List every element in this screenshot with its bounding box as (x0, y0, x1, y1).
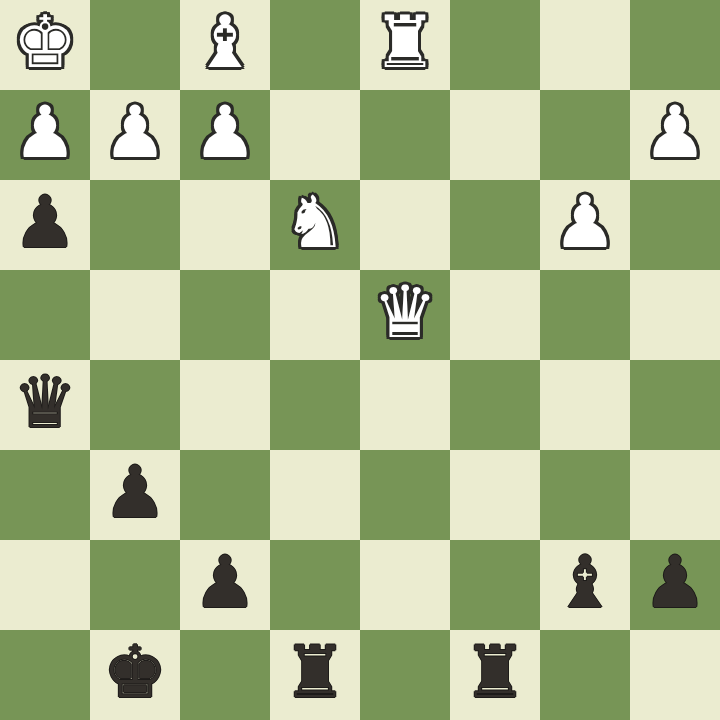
black-pawn[interactable]: ♟ (103, 447, 168, 537)
square-d5[interactable] (270, 270, 360, 360)
black-bishop[interactable]: ♝ (553, 537, 618, 627)
white-pawn[interactable]: ♟ (553, 177, 618, 267)
square-c8[interactable]: ♝ (180, 0, 270, 90)
square-a4[interactable]: ♛ (0, 360, 90, 450)
square-g6[interactable]: ♟ (540, 180, 630, 270)
square-g3[interactable] (540, 450, 630, 540)
square-d8[interactable] (270, 0, 360, 90)
square-e3[interactable] (360, 450, 450, 540)
square-e1[interactable] (360, 630, 450, 720)
square-d6[interactable]: ♞ (270, 180, 360, 270)
black-pawn[interactable]: ♟ (643, 537, 708, 627)
square-b1[interactable]: ♚ (90, 630, 180, 720)
square-f6[interactable] (450, 180, 540, 270)
square-a3[interactable] (0, 450, 90, 540)
square-g8[interactable] (540, 0, 630, 90)
black-queen[interactable]: ♛ (13, 357, 78, 447)
square-d3[interactable] (270, 450, 360, 540)
square-a2[interactable] (0, 540, 90, 630)
square-h7[interactable]: ♟ (630, 90, 720, 180)
square-f1[interactable]: ♜ (450, 630, 540, 720)
square-c7[interactable]: ♟ (180, 90, 270, 180)
black-pawn[interactable]: ♟ (13, 177, 78, 267)
square-e4[interactable] (360, 360, 450, 450)
white-rook[interactable]: ♜ (373, 0, 438, 87)
square-d1[interactable]: ♜ (270, 630, 360, 720)
square-d7[interactable] (270, 90, 360, 180)
square-d2[interactable] (270, 540, 360, 630)
chess-board: ♚♝♜♟♟♟♟♟♞♟♛♛♟♟♝♟♚♜♜ (0, 0, 720, 720)
white-bishop[interactable]: ♝ (193, 0, 258, 87)
square-d4[interactable] (270, 360, 360, 450)
black-pawn[interactable]: ♟ (193, 537, 258, 627)
square-c6[interactable] (180, 180, 270, 270)
square-a7[interactable]: ♟ (0, 90, 90, 180)
square-e8[interactable]: ♜ (360, 0, 450, 90)
square-f2[interactable] (450, 540, 540, 630)
black-rook[interactable]: ♜ (283, 627, 348, 717)
square-f3[interactable] (450, 450, 540, 540)
square-a8[interactable]: ♚ (0, 0, 90, 90)
white-queen[interactable]: ♛ (373, 267, 438, 357)
square-e6[interactable] (360, 180, 450, 270)
white-pawn[interactable]: ♟ (643, 87, 708, 177)
square-b3[interactable]: ♟ (90, 450, 180, 540)
white-knight[interactable]: ♞ (283, 177, 348, 267)
square-h3[interactable] (630, 450, 720, 540)
square-c4[interactable] (180, 360, 270, 450)
square-h1[interactable] (630, 630, 720, 720)
square-b2[interactable] (90, 540, 180, 630)
square-e2[interactable] (360, 540, 450, 630)
black-rook[interactable]: ♜ (463, 627, 528, 717)
white-pawn[interactable]: ♟ (103, 87, 168, 177)
square-b5[interactable] (90, 270, 180, 360)
square-e7[interactable] (360, 90, 450, 180)
square-g5[interactable] (540, 270, 630, 360)
square-a6[interactable]: ♟ (0, 180, 90, 270)
white-king[interactable]: ♚ (13, 0, 78, 87)
square-h2[interactable]: ♟ (630, 540, 720, 630)
square-f8[interactable] (450, 0, 540, 90)
square-b6[interactable] (90, 180, 180, 270)
square-h4[interactable] (630, 360, 720, 450)
square-g2[interactable]: ♝ (540, 540, 630, 630)
white-pawn[interactable]: ♟ (13, 87, 78, 177)
square-c1[interactable] (180, 630, 270, 720)
square-c5[interactable] (180, 270, 270, 360)
black-king[interactable]: ♚ (103, 627, 168, 717)
square-f5[interactable] (450, 270, 540, 360)
square-f7[interactable] (450, 90, 540, 180)
square-a1[interactable] (0, 630, 90, 720)
square-g1[interactable] (540, 630, 630, 720)
square-h8[interactable] (630, 0, 720, 90)
square-h5[interactable] (630, 270, 720, 360)
square-c3[interactable] (180, 450, 270, 540)
white-pawn[interactable]: ♟ (193, 87, 258, 177)
square-e5[interactable]: ♛ (360, 270, 450, 360)
square-b8[interactable] (90, 0, 180, 90)
square-g7[interactable] (540, 90, 630, 180)
square-f4[interactable] (450, 360, 540, 450)
square-g4[interactable] (540, 360, 630, 450)
square-h6[interactable] (630, 180, 720, 270)
square-a5[interactable] (0, 270, 90, 360)
square-b7[interactable]: ♟ (90, 90, 180, 180)
square-c2[interactable]: ♟ (180, 540, 270, 630)
square-b4[interactable] (90, 360, 180, 450)
